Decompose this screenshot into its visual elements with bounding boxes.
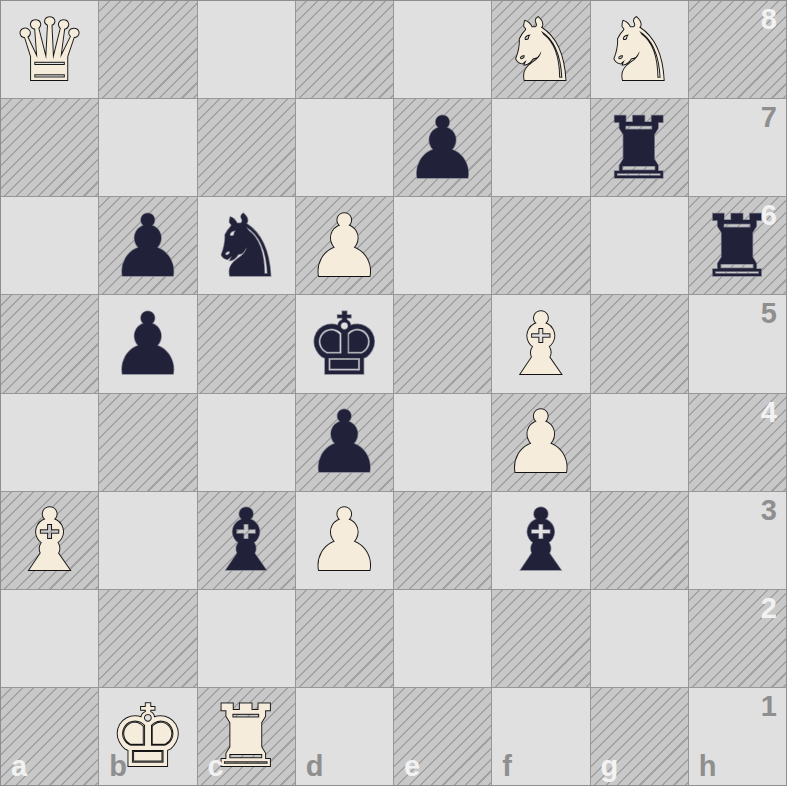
black-king[interactable]: ♚	[296, 295, 393, 392]
square-f8[interactable]: ♞	[492, 1, 589, 98]
square-a8[interactable]: ♛	[1, 1, 98, 98]
square-d7[interactable]	[296, 99, 393, 196]
square-c5[interactable]	[198, 295, 295, 392]
square-h1[interactable]: 1h	[689, 688, 786, 785]
square-f1[interactable]: f	[492, 688, 589, 785]
black-pawn[interactable]: ♟	[99, 295, 196, 392]
black-pawn[interactable]: ♟	[99, 197, 196, 294]
white-pawn[interactable]: ♟	[296, 492, 393, 589]
square-c2[interactable]	[198, 590, 295, 687]
rank-label-7: 7	[761, 103, 777, 132]
rank-label-3: 3	[761, 496, 777, 525]
black-pawn[interactable]: ♟	[394, 99, 491, 196]
square-e6[interactable]	[394, 197, 491, 294]
square-d4[interactable]: ♟	[296, 394, 393, 491]
square-f3[interactable]: ♝	[492, 492, 589, 589]
square-e3[interactable]	[394, 492, 491, 589]
square-b2[interactable]	[99, 590, 196, 687]
square-a7[interactable]	[1, 99, 98, 196]
square-d8[interactable]	[296, 1, 393, 98]
square-h8[interactable]: 8	[689, 1, 786, 98]
white-knight[interactable]: ♞	[492, 1, 589, 98]
square-b6[interactable]: ♟	[99, 197, 196, 294]
square-b1[interactable]: ♚b	[99, 688, 196, 785]
square-d2[interactable]	[296, 590, 393, 687]
square-g3[interactable]	[591, 492, 688, 589]
square-d5[interactable]: ♚	[296, 295, 393, 392]
black-pawn[interactable]: ♟	[296, 394, 393, 491]
white-knight[interactable]: ♞	[591, 1, 688, 98]
white-pawn[interactable]: ♟	[492, 394, 589, 491]
square-h5[interactable]: 5	[689, 295, 786, 392]
black-bishop[interactable]: ♝	[492, 492, 589, 589]
square-d1[interactable]: d	[296, 688, 393, 785]
file-label-h: h	[699, 752, 717, 781]
square-d6[interactable]: ♟	[296, 197, 393, 294]
file-label-b: b	[109, 752, 127, 781]
square-c4[interactable]	[198, 394, 295, 491]
black-rook[interactable]: ♜	[591, 99, 688, 196]
square-e1[interactable]: e	[394, 688, 491, 785]
square-b4[interactable]	[99, 394, 196, 491]
chess-board: ♛♞♞8♟♜7♟♞♟♜6♟♚♝5♟♟4♝♝♟♝32a♚b♜cdefg1h	[0, 0, 787, 786]
square-e7[interactable]: ♟	[394, 99, 491, 196]
square-g6[interactable]	[591, 197, 688, 294]
square-c7[interactable]	[198, 99, 295, 196]
square-a2[interactable]	[1, 590, 98, 687]
file-label-f: f	[502, 752, 512, 781]
square-e8[interactable]	[394, 1, 491, 98]
black-knight[interactable]: ♞	[198, 197, 295, 294]
rank-label-4: 4	[761, 398, 777, 427]
square-g2[interactable]	[591, 590, 688, 687]
square-g8[interactable]: ♞	[591, 1, 688, 98]
square-h3[interactable]: 3	[689, 492, 786, 589]
white-pawn[interactable]: ♟	[296, 197, 393, 294]
square-c8[interactable]	[198, 1, 295, 98]
square-e2[interactable]	[394, 590, 491, 687]
square-e5[interactable]	[394, 295, 491, 392]
square-a4[interactable]	[1, 394, 98, 491]
square-a5[interactable]	[1, 295, 98, 392]
square-h7[interactable]: 7	[689, 99, 786, 196]
rank-label-5: 5	[761, 299, 777, 328]
square-c1[interactable]: ♜c	[198, 688, 295, 785]
white-bishop[interactable]: ♝	[1, 492, 98, 589]
square-f6[interactable]	[492, 197, 589, 294]
black-bishop[interactable]: ♝	[198, 492, 295, 589]
square-a6[interactable]	[1, 197, 98, 294]
square-g5[interactable]	[591, 295, 688, 392]
square-a3[interactable]: ♝	[1, 492, 98, 589]
square-d3[interactable]: ♟	[296, 492, 393, 589]
square-g4[interactable]	[591, 394, 688, 491]
square-f4[interactable]: ♟	[492, 394, 589, 491]
file-label-a: a	[11, 752, 27, 781]
square-e4[interactable]	[394, 394, 491, 491]
square-f7[interactable]	[492, 99, 589, 196]
file-label-e: e	[404, 752, 420, 781]
file-label-c: c	[208, 752, 224, 781]
square-f2[interactable]	[492, 590, 589, 687]
square-g7[interactable]: ♜	[591, 99, 688, 196]
rank-label-6: 6	[761, 201, 777, 230]
square-h2[interactable]: 2	[689, 590, 786, 687]
square-g1[interactable]: g	[591, 688, 688, 785]
square-b7[interactable]	[99, 99, 196, 196]
square-c6[interactable]: ♞	[198, 197, 295, 294]
file-label-g: g	[601, 752, 619, 781]
square-h6[interactable]: ♜6	[689, 197, 786, 294]
square-a1[interactable]: a	[1, 688, 98, 785]
square-b5[interactable]: ♟	[99, 295, 196, 392]
square-h4[interactable]: 4	[689, 394, 786, 491]
square-c3[interactable]: ♝	[198, 492, 295, 589]
rank-label-1: 1	[761, 692, 777, 721]
square-b8[interactable]	[99, 1, 196, 98]
rank-label-8: 8	[761, 5, 777, 34]
file-label-d: d	[306, 752, 324, 781]
square-f5[interactable]: ♝	[492, 295, 589, 392]
square-b3[interactable]	[99, 492, 196, 589]
rank-label-2: 2	[761, 594, 777, 623]
white-queen[interactable]: ♛	[1, 1, 98, 98]
white-bishop[interactable]: ♝	[492, 295, 589, 392]
